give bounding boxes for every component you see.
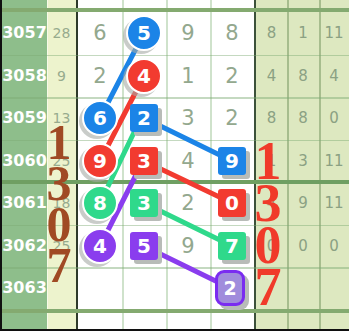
marker-square-green: 7 (218, 232, 246, 260)
marker-square-green: 3 (130, 189, 158, 217)
marker-circle-blue: 5 (126, 15, 162, 51)
marker-circle-blue: 6 (82, 100, 118, 136)
marker-outline-purple: 2 (215, 270, 245, 306)
marker-square-purple: 5 (130, 232, 158, 260)
marker-circle-red: 4 (126, 58, 162, 94)
overlay-digit: 7 (42, 245, 76, 286)
marker-square-blue: 9 (218, 147, 246, 175)
overlay-digit: 7 (246, 266, 290, 308)
marker-circle-red: 9 (82, 143, 118, 179)
marker-square-blue: 2 (130, 104, 158, 132)
marker-circle-purple: 4 (82, 228, 118, 264)
marker-circle-green: 8 (82, 185, 118, 221)
prediction-number-right: 1 3 0 7 (246, 140, 290, 308)
prediction-number-left: 1 3 0 7 (42, 122, 76, 286)
chart-board: 3057 28 6 9 8 8 1 11 3058 9 2 1 2 4 8 4 … (2, 0, 349, 329)
marker-square-red: 3 (130, 147, 158, 175)
marker-square-red: 0 (218, 189, 246, 217)
trend-chart: 3057 28 6 9 8 8 1 11 3058 9 2 1 2 4 8 4 … (0, 0, 349, 331)
